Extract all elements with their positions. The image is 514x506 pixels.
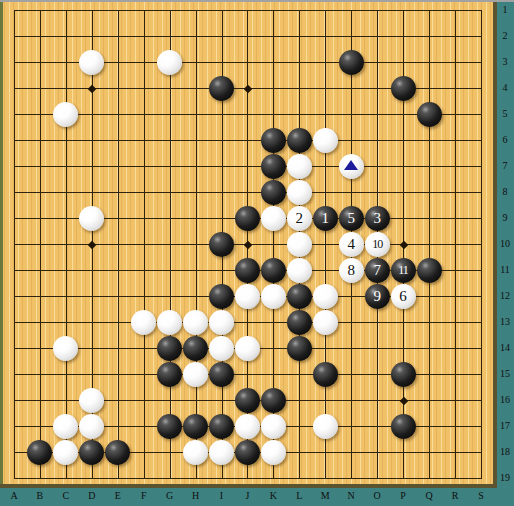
row-label: 15 (497, 368, 513, 381)
grid-line-vertical (481, 10, 482, 479)
black-stone (313, 362, 338, 387)
grid-line-horizontal (14, 322, 482, 323)
row-label: 5 (497, 108, 513, 121)
window-top-border (0, 0, 514, 2)
column-label: M (317, 490, 333, 505)
row-label: 6 (497, 134, 513, 147)
column-label: P (395, 490, 411, 505)
white-stone (313, 284, 338, 309)
black-stone (287, 284, 312, 309)
white-stone: 8 (339, 258, 364, 283)
white-stone (183, 440, 208, 465)
row-label: 7 (497, 160, 513, 173)
white-stone (287, 258, 312, 283)
black-stone (287, 310, 312, 335)
black-stone (157, 414, 182, 439)
column-label: G (162, 490, 178, 505)
column-label: B (32, 490, 48, 505)
black-stone (417, 102, 442, 127)
row-label: 14 (497, 342, 513, 355)
white-stone: 2 (287, 206, 312, 231)
white-stone (131, 310, 156, 335)
white-stone (157, 310, 182, 335)
black-stone (339, 50, 364, 75)
column-label: O (369, 490, 385, 505)
row-label: 19 (497, 472, 513, 485)
column-label: S (473, 490, 489, 505)
move-number: 5 (347, 211, 355, 226)
column-label: D (84, 490, 100, 505)
black-stone (105, 440, 130, 465)
move-number: 9 (373, 289, 381, 304)
grid-line-vertical (325, 10, 326, 479)
grid-line-vertical (429, 10, 430, 479)
move-number: 11 (398, 264, 408, 276)
column-label: C (58, 490, 74, 505)
black-stone: 3 (365, 206, 390, 231)
row-label: 4 (497, 82, 513, 95)
row-label: 9 (497, 212, 513, 225)
column-label: J (239, 490, 255, 505)
column-label: Q (421, 490, 437, 505)
white-stone (209, 310, 234, 335)
black-stone (235, 258, 260, 283)
black-stone (209, 414, 234, 439)
row-label: 3 (497, 56, 513, 69)
black-stone (261, 388, 286, 413)
row-label: 11 (497, 264, 513, 277)
white-stone (261, 284, 286, 309)
column-label: E (110, 490, 126, 505)
white-stone (261, 206, 286, 231)
move-number: 4 (347, 237, 355, 252)
black-stone: 7 (365, 258, 390, 283)
white-stone (235, 336, 260, 361)
column-label: H (188, 490, 204, 505)
white-stone (235, 414, 260, 439)
black-stone (209, 76, 234, 101)
move-number: 3 (373, 211, 381, 226)
white-stone (287, 232, 312, 257)
row-label: 16 (497, 394, 513, 407)
white-stone (261, 440, 286, 465)
black-stone (235, 440, 260, 465)
board-bottom-edge (0, 484, 497, 488)
white-stone (209, 336, 234, 361)
go-board-window: 2153410871196 ABCDEFGHIJKLMNOPQRS1234567… (0, 0, 514, 506)
white-stone (79, 388, 104, 413)
white-stone (79, 414, 104, 439)
column-label: I (214, 490, 230, 505)
white-stone (53, 336, 78, 361)
black-stone (79, 440, 104, 465)
white-stone (53, 414, 78, 439)
move-number: 8 (347, 263, 355, 278)
row-label: 2 (497, 30, 513, 43)
black-stone (157, 336, 182, 361)
white-stone (261, 414, 286, 439)
column-label: L (291, 490, 307, 505)
black-stone (27, 440, 52, 465)
black-stone (261, 154, 286, 179)
black-stone: 9 (365, 284, 390, 309)
row-label: 8 (497, 186, 513, 199)
row-label: 1 (497, 4, 513, 17)
white-stone (79, 50, 104, 75)
move-number: 2 (296, 211, 304, 226)
black-stone (235, 206, 260, 231)
black-stone: 11 (391, 258, 416, 283)
white-stone (209, 440, 234, 465)
black-stone (183, 414, 208, 439)
grid-line-horizontal (14, 478, 482, 479)
white-stone (53, 102, 78, 127)
white-stone (235, 284, 260, 309)
white-stone (287, 154, 312, 179)
row-label: 13 (497, 316, 513, 329)
white-stone (313, 414, 338, 439)
white-stone: 4 (339, 232, 364, 257)
black-stone: 5 (339, 206, 364, 231)
black-stone (157, 362, 182, 387)
row-label: 17 (497, 420, 513, 433)
black-stone (417, 258, 442, 283)
move-number: 7 (373, 263, 381, 278)
white-stone (313, 310, 338, 335)
black-stone (391, 414, 416, 439)
row-label: 10 (497, 238, 513, 251)
column-label: R (447, 490, 463, 505)
white-stone (157, 50, 182, 75)
black-stone (209, 232, 234, 257)
column-label: N (343, 490, 359, 505)
column-label: A (6, 490, 22, 505)
row-label: 18 (497, 446, 513, 459)
black-stone (183, 336, 208, 361)
row-label: 12 (497, 290, 513, 303)
black-stone (261, 180, 286, 205)
white-stone: 10 (365, 232, 390, 257)
white-stone (313, 128, 338, 153)
grid-line-vertical (455, 10, 456, 479)
black-stone (261, 128, 286, 153)
black-stone (261, 258, 286, 283)
white-stone (183, 310, 208, 335)
black-stone (391, 362, 416, 387)
black-stone: 1 (313, 206, 338, 231)
move-number: 1 (322, 211, 330, 226)
move-number: 6 (399, 289, 407, 304)
black-stone (287, 336, 312, 361)
white-stone (183, 362, 208, 387)
white-stone (53, 440, 78, 465)
triangle-marker (344, 160, 358, 170)
board-left-edge (0, 2, 3, 488)
black-stone (391, 76, 416, 101)
move-number: 10 (372, 238, 382, 250)
black-stone (235, 388, 260, 413)
white-stone: 6 (391, 284, 416, 309)
black-stone (209, 284, 234, 309)
column-label: F (136, 490, 152, 505)
white-stone (287, 180, 312, 205)
white-stone (79, 206, 104, 231)
black-stone (287, 128, 312, 153)
black-stone (209, 362, 234, 387)
column-label: K (265, 490, 281, 505)
